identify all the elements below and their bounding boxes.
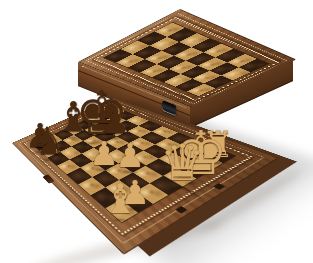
piece-light-bishop[interactable]: ♝ xyxy=(102,179,138,220)
piece-light-queen[interactable]: ♛ xyxy=(160,138,196,188)
hinge-icon xyxy=(175,206,187,214)
latch-tab xyxy=(42,174,54,183)
piece-dark-knight[interactable]: ♞ xyxy=(30,122,66,160)
piece-light-pawn[interactable]: ♟ xyxy=(112,139,148,172)
product-photo-canvas: ♟♞♝♚♟♝♟♟♟♛♚♜ xyxy=(0,0,313,263)
